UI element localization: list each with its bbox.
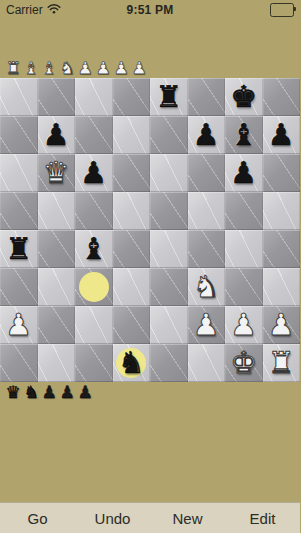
- square-a8[interactable]: [0, 78, 38, 116]
- square-f2[interactable]: ♟: [188, 306, 226, 344]
- square-e7[interactable]: [150, 116, 188, 154]
- square-g6[interactable]: ♟: [225, 154, 263, 192]
- square-e8[interactable]: ♜: [150, 78, 188, 116]
- square-e4[interactable]: [150, 230, 188, 268]
- captured-white-pawn: ♟: [112, 59, 130, 78]
- piece-black-knight[interactable]: ♞: [118, 348, 145, 378]
- captured-white-rook: ♜: [4, 59, 22, 78]
- square-a4[interactable]: ♜: [0, 230, 38, 268]
- square-e6[interactable]: [150, 154, 188, 192]
- square-c4[interactable]: ♝: [75, 230, 113, 268]
- piece-black-pawn[interactable]: ♟: [268, 120, 295, 150]
- square-d5[interactable]: [113, 192, 151, 230]
- square-a7[interactable]: [0, 116, 38, 154]
- square-a5[interactable]: [0, 192, 38, 230]
- captured-black-pawn: ♟: [58, 383, 76, 402]
- square-f1[interactable]: [188, 344, 226, 382]
- square-a3[interactable]: [0, 268, 38, 306]
- edit-button[interactable]: Edit: [225, 510, 300, 527]
- square-d7[interactable]: [113, 116, 151, 154]
- piece-black-rook[interactable]: ♜: [155, 82, 182, 112]
- piece-black-pawn[interactable]: ♟: [193, 120, 220, 150]
- piece-black-pawn[interactable]: ♟: [43, 120, 70, 150]
- square-d2[interactable]: [113, 306, 151, 344]
- piece-black-king[interactable]: ♚: [230, 82, 257, 112]
- square-a6[interactable]: [0, 154, 38, 192]
- square-c2[interactable]: [75, 306, 113, 344]
- clock-time: 9:51 PM: [0, 3, 300, 17]
- piece-white-knight[interactable]: ♞: [193, 272, 220, 302]
- move-highlight: [79, 272, 109, 302]
- square-b3[interactable]: [38, 268, 76, 306]
- square-g2[interactable]: ♟: [225, 306, 263, 344]
- square-g8[interactable]: ♚: [225, 78, 263, 116]
- piece-black-rook[interactable]: ♜: [5, 234, 32, 264]
- piece-white-king[interactable]: ♚: [230, 348, 257, 378]
- square-d6[interactable]: [113, 154, 151, 192]
- square-b1[interactable]: [38, 344, 76, 382]
- square-f4[interactable]: [188, 230, 226, 268]
- captured-white-pawn: ♟: [94, 59, 112, 78]
- square-g4[interactable]: [225, 230, 263, 268]
- square-c7[interactable]: [75, 116, 113, 154]
- square-e5[interactable]: [150, 192, 188, 230]
- square-d8[interactable]: [113, 78, 151, 116]
- piece-white-pawn[interactable]: ♟: [268, 310, 295, 340]
- square-f5[interactable]: [188, 192, 226, 230]
- captured-black-queen: ♛: [4, 383, 22, 402]
- piece-black-pawn[interactable]: ♟: [230, 158, 257, 188]
- square-d1[interactable]: ♞: [113, 344, 151, 382]
- battery-icon: [270, 3, 294, 17]
- square-h5[interactable]: [263, 192, 301, 230]
- square-g3[interactable]: [225, 268, 263, 306]
- square-h3[interactable]: [263, 268, 301, 306]
- square-g5[interactable]: [225, 192, 263, 230]
- piece-white-pawn[interactable]: ♟: [5, 310, 32, 340]
- go-button[interactable]: Go: [0, 510, 75, 527]
- undo-button[interactable]: Undo: [75, 510, 150, 527]
- square-b2[interactable]: [38, 306, 76, 344]
- square-b8[interactable]: [38, 78, 76, 116]
- square-h8[interactable]: [263, 78, 301, 116]
- piece-black-pawn[interactable]: ♟: [80, 158, 107, 188]
- captured-black-pawn: ♟: [40, 383, 58, 402]
- piece-black-bishop[interactable]: ♝: [80, 234, 107, 264]
- piece-white-rook[interactable]: ♜: [268, 348, 295, 378]
- piece-white-pawn[interactable]: ♟: [193, 310, 220, 340]
- square-e1[interactable]: [150, 344, 188, 382]
- square-c6[interactable]: ♟: [75, 154, 113, 192]
- captured-black-knight: ♞: [22, 383, 40, 402]
- square-h1[interactable]: ♜: [263, 344, 301, 382]
- square-d4[interactable]: [113, 230, 151, 268]
- square-c8[interactable]: [75, 78, 113, 116]
- square-b6[interactable]: ♛: [38, 154, 76, 192]
- square-h6[interactable]: [263, 154, 301, 192]
- square-f7[interactable]: ♟: [188, 116, 226, 154]
- square-h7[interactable]: ♟: [263, 116, 301, 154]
- captured-white-pawn: ♟: [130, 59, 148, 78]
- square-h4[interactable]: [263, 230, 301, 268]
- square-f3[interactable]: ♞: [188, 268, 226, 306]
- square-f6[interactable]: [188, 154, 226, 192]
- piece-white-pawn[interactable]: ♟: [230, 310, 257, 340]
- captured-black-pawn: ♟: [76, 383, 94, 402]
- square-g7[interactable]: ♝: [225, 116, 263, 154]
- captured-white-knight: ♞: [58, 59, 76, 78]
- status-bar: Carrier 9:51 PM: [0, 0, 300, 20]
- square-d3[interactable]: [113, 268, 151, 306]
- square-f8[interactable]: [188, 78, 226, 116]
- square-b4[interactable]: [38, 230, 76, 268]
- captured-black-pieces-tray: ♛♞♟♟♟: [0, 382, 300, 415]
- piece-black-bishop[interactable]: ♝: [230, 120, 257, 150]
- piece-white-queen[interactable]: ♛: [43, 158, 70, 188]
- square-b5[interactable]: [38, 192, 76, 230]
- square-e3[interactable]: [150, 268, 188, 306]
- captured-white-pieces-tray: ♜♝♝♞♟♟♟♟: [0, 20, 300, 78]
- square-h2[interactable]: ♟: [263, 306, 301, 344]
- square-a2[interactable]: ♟: [0, 306, 38, 344]
- square-c3[interactable]: [75, 268, 113, 306]
- square-c5[interactable]: [75, 192, 113, 230]
- captured-white-pawn: ♟: [76, 59, 94, 78]
- new-button[interactable]: New: [150, 510, 225, 527]
- chess-board: ♜♚♟♟♝♟♛♟♟♜♝♞♟♟♟♟♞♚♜: [0, 78, 300, 382]
- captured-white-bishop: ♝: [40, 59, 58, 78]
- square-e2[interactable]: [150, 306, 188, 344]
- square-c1[interactable]: [75, 344, 113, 382]
- square-a1[interactable]: [0, 344, 38, 382]
- square-g1[interactable]: ♚: [225, 344, 263, 382]
- captured-white-bishop: ♝: [22, 59, 40, 78]
- toolbar: Go Undo New Edit: [0, 502, 300, 533]
- square-b7[interactable]: ♟: [38, 116, 76, 154]
